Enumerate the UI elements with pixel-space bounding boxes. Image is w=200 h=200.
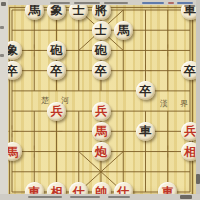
blurred-print	[168, 2, 174, 5]
piece-black-chariot[interactable]: 車	[136, 122, 155, 141]
blurred-print	[70, 196, 100, 199]
photo-margin-left	[0, 0, 8, 200]
piece-red-soldier[interactable]: 兵	[92, 102, 111, 121]
black-soldier-glyph: 卒	[184, 64, 196, 76]
photo-margin-bottom	[0, 194, 200, 200]
blurred-print	[50, 2, 70, 5]
black-soldier-glyph: 卒	[95, 64, 107, 76]
piece-black-advisor[interactable]: 士	[92, 21, 111, 40]
black-advisor-glyph: 士	[95, 24, 107, 36]
black-horse-glyph: 馬	[117, 24, 129, 36]
black-cannon-glyph: 砲	[51, 44, 63, 56]
black-cannon-glyph: 砲	[95, 44, 107, 56]
blurred-print	[104, 2, 128, 5]
black-horse-glyph: 馬	[28, 5, 40, 16]
board-photo: 楚河 漢界 馬象士將車士馬象砲砲卒卒卒卒卒車兵兵馬兵馬炮相車相仕帥仕車	[0, 0, 200, 200]
river-label-right: 漢界	[160, 98, 196, 109]
black-elephant-glyph: 象	[7, 44, 18, 56]
piece-black-cannon[interactable]: 砲	[92, 41, 111, 60]
piece-black-soldier[interactable]: 卒	[92, 61, 111, 80]
piece-red-elephant[interactable]: 相	[181, 142, 197, 161]
blurred-print	[0, 26, 4, 29]
piece-black-horse[interactable]: 馬	[114, 21, 133, 40]
red-soldier-glyph: 兵	[51, 105, 63, 117]
piece-red-cannon[interactable]: 炮	[92, 142, 111, 161]
blurred-print	[196, 174, 200, 184]
piece-red-horse[interactable]: 馬	[92, 122, 111, 141]
photo-margin-right	[196, 0, 200, 200]
black-soldier-glyph: 卒	[140, 84, 152, 96]
black-elephant-glyph: 象	[51, 5, 63, 16]
blurred-print	[1, 2, 6, 6]
blurred-print	[74, 2, 100, 5]
blurred-print	[177, 2, 193, 5]
red-cannon-glyph: 炮	[95, 145, 107, 157]
blurred-print	[108, 196, 130, 199]
piece-red-soldier[interactable]: 兵	[181, 122, 197, 141]
black-soldier-glyph: 卒	[7, 64, 18, 76]
red-soldier-glyph: 兵	[95, 105, 107, 117]
piece-black-general[interactable]: 將	[92, 5, 111, 20]
blurred-print	[142, 2, 164, 5]
blurred-print	[180, 195, 192, 199]
piece-black-elephant[interactable]: 象	[7, 41, 22, 60]
black-soldier-glyph: 卒	[51, 64, 63, 76]
red-soldier-glyph: 兵	[184, 125, 196, 137]
red-elephant-glyph: 相	[184, 145, 196, 157]
red-horse-glyph: 馬	[95, 125, 107, 137]
blurred-print	[28, 196, 62, 199]
piece-red-soldier[interactable]: 兵	[47, 102, 66, 121]
black-chariot-glyph: 車	[184, 5, 196, 16]
black-chariot-glyph: 車	[140, 125, 152, 137]
red-horse-glyph: 馬	[7, 145, 18, 157]
black-general-glyph: 將	[95, 5, 107, 16]
piece-black-horse[interactable]: 馬	[25, 5, 44, 20]
blurred-print	[0, 54, 4, 57]
black-advisor-glyph: 士	[73, 5, 85, 16]
piece-black-cannon[interactable]: 砲	[47, 41, 66, 60]
xiangqi-board: 楚河 漢界 馬象士將車士馬象砲砲卒卒卒卒卒車兵兵馬兵馬炮相車相仕帥仕車	[7, 5, 196, 195]
